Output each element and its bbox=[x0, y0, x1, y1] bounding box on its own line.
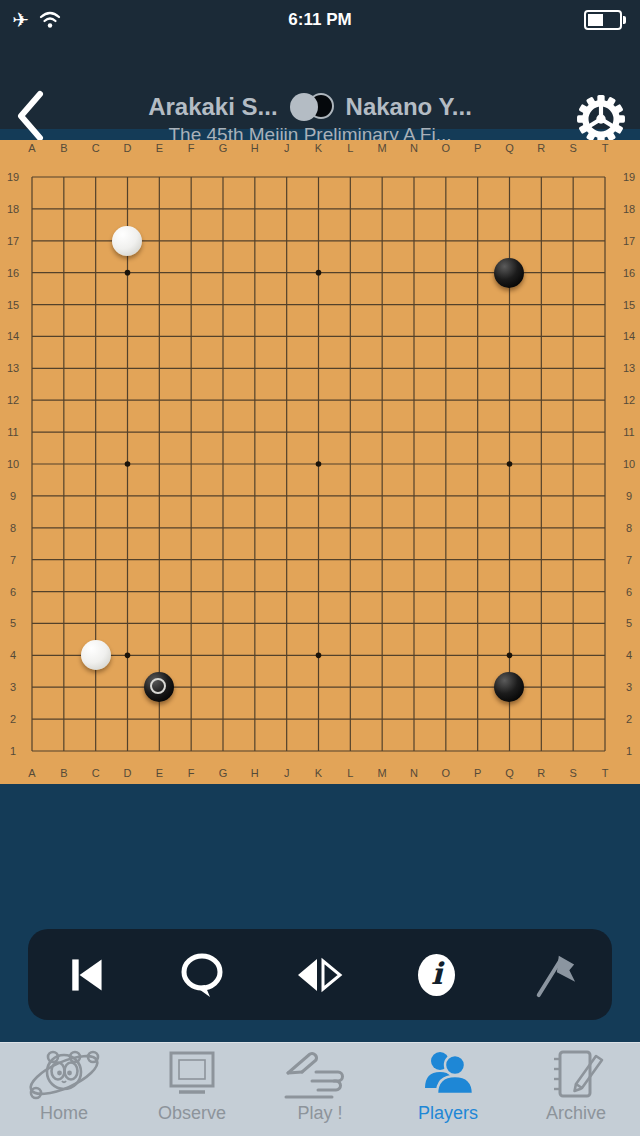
coord-label: J bbox=[284, 767, 290, 779]
back-chevron-icon bbox=[16, 90, 44, 142]
chat-bubble-icon bbox=[179, 951, 227, 999]
coord-label: 10 bbox=[623, 458, 635, 470]
coord-label: A bbox=[28, 142, 35, 154]
coord-label: 1 bbox=[10, 745, 16, 757]
settings-button[interactable] bbox=[574, 92, 628, 146]
coord-label: 4 bbox=[10, 649, 16, 661]
panda-home-icon bbox=[21, 1047, 107, 1103]
coord-label: R bbox=[537, 142, 545, 154]
monitor-icon bbox=[149, 1047, 235, 1103]
stone-color-toggle-icon bbox=[288, 92, 336, 122]
go-app-screen: ✈ 6:11 PM bbox=[0, 0, 640, 1136]
resign-flag-button[interactable] bbox=[519, 940, 589, 1010]
white-stone-C4 bbox=[81, 640, 111, 670]
skip-to-start-button[interactable] bbox=[51, 940, 121, 1010]
game-title: Arakaki S... Nakano Y... bbox=[60, 90, 560, 124]
coord-label: 3 bbox=[626, 681, 632, 693]
coord-label: 7 bbox=[10, 554, 16, 566]
coord-label: Q bbox=[505, 767, 514, 779]
coord-label: 8 bbox=[626, 522, 632, 534]
coord-label: 17 bbox=[7, 235, 19, 247]
coord-label: T bbox=[602, 142, 609, 154]
coord-label: 6 bbox=[10, 586, 16, 598]
tab-archive-label: Archive bbox=[546, 1103, 606, 1124]
coord-label: B bbox=[60, 767, 67, 779]
coord-label: D bbox=[124, 767, 132, 779]
hand-gesture-icon bbox=[277, 1047, 363, 1103]
coord-label: 1 bbox=[626, 745, 632, 757]
coord-label: 17 bbox=[623, 235, 635, 247]
coord-label: 19 bbox=[7, 171, 19, 183]
coord-label: G bbox=[219, 767, 228, 779]
coord-label: S bbox=[569, 767, 576, 779]
coord-label: N bbox=[410, 142, 418, 154]
coord-label: E bbox=[156, 767, 163, 779]
tab-players-label: Players bbox=[418, 1103, 478, 1124]
go-board[interactable]: AABBCCDDEEFFGGHHJJKKLLMMNNOOPPQQRRSSTT19… bbox=[0, 140, 640, 784]
coord-label: A bbox=[28, 767, 35, 779]
tab-home[interactable]: Home bbox=[0, 1043, 128, 1136]
black-player-name: Nakano Y... bbox=[346, 93, 472, 121]
coord-label: N bbox=[410, 767, 418, 779]
coord-label: J bbox=[284, 142, 290, 154]
coord-label: C bbox=[92, 767, 100, 779]
coord-label: 11 bbox=[623, 426, 634, 438]
black-stone-Q16 bbox=[494, 258, 524, 288]
coord-label: 14 bbox=[623, 330, 635, 342]
coord-label: F bbox=[188, 767, 195, 779]
status-bar: ✈ 6:11 PM bbox=[0, 0, 640, 40]
coord-label: 18 bbox=[623, 203, 635, 215]
coord-label: H bbox=[251, 767, 259, 779]
step-back-forward-button[interactable] bbox=[285, 940, 355, 1010]
coord-label: 2 bbox=[626, 713, 632, 725]
coord-label: 16 bbox=[7, 267, 19, 279]
coord-label: 9 bbox=[10, 490, 16, 502]
coord-label: 4 bbox=[626, 649, 632, 661]
coord-label: O bbox=[442, 767, 451, 779]
coord-label: 6 bbox=[626, 586, 632, 598]
coord-label: 18 bbox=[7, 203, 19, 215]
board-intersections-grid[interactable] bbox=[16, 161, 621, 767]
clock-time: 6:11 PM bbox=[0, 0, 640, 40]
coord-label: 2 bbox=[10, 713, 16, 725]
coord-label: F bbox=[188, 142, 195, 154]
coord-label: 10 bbox=[7, 458, 19, 470]
tab-observe-label: Observe bbox=[158, 1103, 226, 1124]
coord-label: 11 bbox=[7, 426, 18, 438]
tab-observe[interactable]: Observe bbox=[128, 1043, 256, 1136]
coord-label: Q bbox=[505, 142, 514, 154]
coord-label: K bbox=[315, 142, 322, 154]
notebook-pencil-icon bbox=[533, 1047, 619, 1103]
coord-label: 7 bbox=[626, 554, 632, 566]
coord-label: G bbox=[219, 142, 228, 154]
tab-players[interactable]: Players bbox=[384, 1043, 512, 1136]
coord-label: D bbox=[124, 142, 132, 154]
step-arrows-icon bbox=[295, 955, 345, 995]
top-bar: ✈ 6:11 PM bbox=[0, 0, 640, 129]
tab-play-label: Play ! bbox=[297, 1103, 342, 1124]
last-move-marker bbox=[150, 678, 166, 694]
coord-label: 5 bbox=[10, 617, 16, 629]
coord-label: C bbox=[92, 142, 100, 154]
coord-label: B bbox=[60, 142, 67, 154]
coord-label: K bbox=[315, 767, 322, 779]
coord-label: T bbox=[602, 767, 609, 779]
white-stone-D17 bbox=[112, 226, 142, 256]
coord-label: O bbox=[442, 142, 451, 154]
info-button[interactable]: i bbox=[402, 940, 472, 1010]
tab-archive[interactable]: Archive bbox=[512, 1043, 640, 1136]
coord-label: 13 bbox=[7, 362, 19, 374]
coord-label: 14 bbox=[7, 330, 19, 342]
game-control-bar: i bbox=[28, 929, 612, 1020]
coord-label: P bbox=[474, 142, 481, 154]
tab-play[interactable]: Play ! bbox=[256, 1043, 384, 1136]
flag-icon bbox=[531, 952, 577, 998]
battery-icon bbox=[584, 10, 626, 30]
info-icon: i bbox=[418, 954, 455, 996]
coord-label: P bbox=[474, 767, 481, 779]
coord-label: M bbox=[378, 142, 387, 154]
white-player-name: Arakaki S... bbox=[148, 93, 277, 121]
back-button[interactable] bbox=[8, 84, 52, 148]
coord-label: S bbox=[569, 142, 576, 154]
gear-icon bbox=[576, 94, 626, 144]
coord-label: M bbox=[378, 767, 387, 779]
coord-label: 15 bbox=[7, 299, 19, 311]
coord-label: 5 bbox=[626, 617, 632, 629]
coord-label: 16 bbox=[623, 267, 635, 279]
coord-label: 13 bbox=[623, 362, 635, 374]
coord-label: 9 bbox=[626, 490, 632, 502]
coord-label: E bbox=[156, 142, 163, 154]
coord-label: 8 bbox=[10, 522, 16, 534]
coord-label: 15 bbox=[623, 299, 635, 311]
coord-label: 12 bbox=[7, 394, 19, 406]
coord-label: 19 bbox=[623, 171, 635, 183]
tab-home-label: Home bbox=[40, 1103, 88, 1124]
players-people-icon bbox=[405, 1047, 491, 1103]
coord-label: H bbox=[251, 142, 259, 154]
coord-label: L bbox=[347, 767, 353, 779]
navigation-header: Arakaki S... Nakano Y... The 45th Meijin… bbox=[0, 40, 640, 129]
skip-to-start-icon bbox=[64, 953, 108, 997]
black-stone-E3 bbox=[144, 672, 174, 702]
coord-label: 3 bbox=[10, 681, 16, 693]
chat-button[interactable] bbox=[168, 940, 238, 1010]
coord-label: L bbox=[347, 142, 353, 154]
coord-label: R bbox=[537, 767, 545, 779]
black-stone-Q3 bbox=[494, 672, 524, 702]
coord-label: 12 bbox=[623, 394, 635, 406]
bottom-tab-bar: Home Observe bbox=[0, 1042, 640, 1136]
